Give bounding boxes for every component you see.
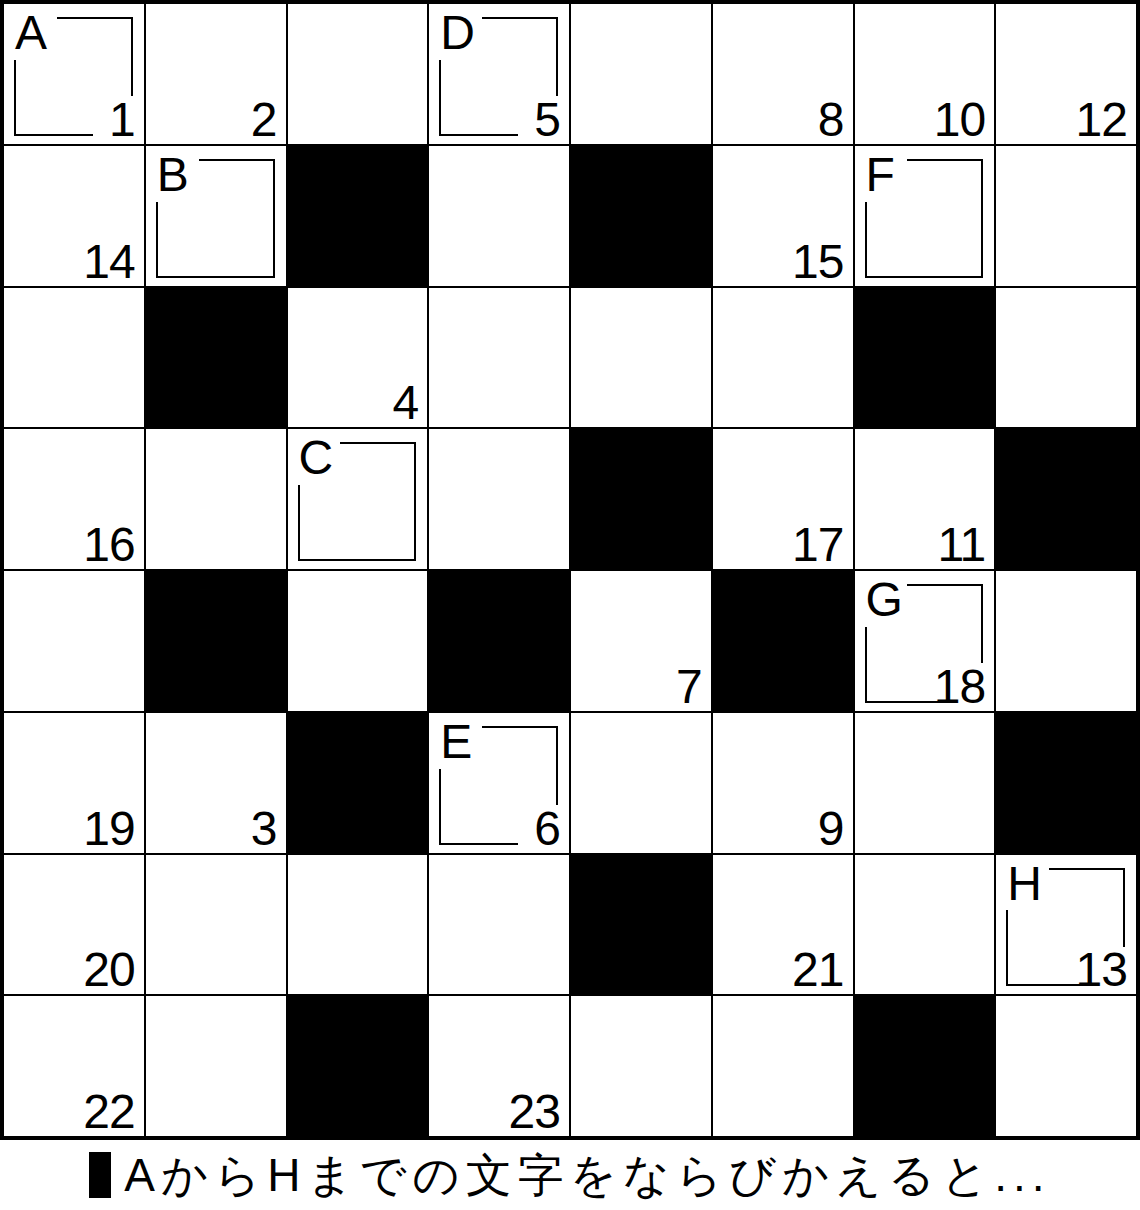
- cell-r4c2[interactable]: [145, 428, 287, 570]
- cell-r6c8-black: [995, 712, 1137, 854]
- cell-r4c5-black: [570, 428, 712, 570]
- answer-letter-E: E: [440, 718, 472, 766]
- letter-box-bottom-left-line: [865, 202, 984, 278]
- answer-letter-D: D: [440, 9, 475, 57]
- cell-r5c2-black: [145, 570, 287, 712]
- cell-r4c4[interactable]: [428, 428, 570, 570]
- cell-r2c2[interactable]: B: [145, 145, 287, 287]
- clue-number-12: 12: [1076, 96, 1127, 144]
- cell-r1c5[interactable]: [570, 3, 712, 145]
- clue-number-17: 17: [792, 521, 843, 569]
- crossword-board: A12D58101214B15F416C17117G18193E692021H1…: [0, 0, 1140, 1140]
- cell-r7c3[interactable]: [287, 854, 429, 996]
- cell-r2c3-black: [287, 145, 429, 287]
- clue-number-7: 7: [676, 663, 702, 711]
- letter-box-bottom-left-line: [439, 769, 518, 845]
- letter-box-bottom-left-line: [298, 485, 417, 561]
- cell-r2c8[interactable]: [995, 145, 1137, 287]
- cell-r8c7-black: [854, 995, 996, 1137]
- cell-r8c6[interactable]: [712, 995, 854, 1137]
- cell-r1c6[interactable]: 8: [712, 3, 854, 145]
- clue-number-22: 22: [83, 1088, 134, 1136]
- cell-r6c4[interactable]: E6: [428, 712, 570, 854]
- cell-r6c3-black: [287, 712, 429, 854]
- cell-r8c8[interactable]: [995, 995, 1137, 1137]
- clue-number-9: 9: [818, 805, 844, 853]
- cell-r3c7-black: [854, 287, 996, 429]
- cell-r1c3[interactable]: [287, 3, 429, 145]
- letter-box-bottom-left-line: [439, 60, 518, 136]
- cell-r8c4[interactable]: 23: [428, 995, 570, 1137]
- clue-number-16: 16: [83, 521, 134, 569]
- answer-letter-C: C: [299, 434, 334, 482]
- clue-number-18: 18: [934, 663, 985, 711]
- cell-r3c6[interactable]: [712, 287, 854, 429]
- cell-r1c4[interactable]: D5: [428, 3, 570, 145]
- cell-r5c7[interactable]: G18: [854, 570, 996, 712]
- cell-r2c7[interactable]: F: [854, 145, 996, 287]
- clue-number-13: 13: [1076, 946, 1127, 994]
- cell-r6c6[interactable]: 9: [712, 712, 854, 854]
- cell-r7c6[interactable]: 21: [712, 854, 854, 996]
- letter-box-bottom-left-line: [1006, 910, 1085, 986]
- cell-r8c5[interactable]: [570, 995, 712, 1137]
- cell-r2c1[interactable]: 14: [3, 145, 145, 287]
- clue-number-14: 14: [83, 238, 134, 286]
- answer-letter-G: G: [866, 576, 903, 624]
- letter-box-bottom-left-line: [156, 202, 275, 278]
- cell-r1c1[interactable]: A1: [3, 3, 145, 145]
- cell-r3c4[interactable]: [428, 287, 570, 429]
- cell-r5c1[interactable]: [3, 570, 145, 712]
- cell-r5c6-black: [712, 570, 854, 712]
- caption-text: AからHまでの文字をならびかえると...: [124, 1152, 1050, 1198]
- caption-marker-bar: [89, 1152, 111, 1198]
- cell-r4c8-black: [995, 428, 1137, 570]
- cell-r7c2[interactable]: [145, 854, 287, 996]
- clue-number-21: 21: [792, 946, 843, 994]
- cell-r3c2-black: [145, 287, 287, 429]
- cell-r4c1[interactable]: 16: [3, 428, 145, 570]
- cell-r2c6[interactable]: 15: [712, 145, 854, 287]
- clue-number-4: 4: [393, 379, 419, 427]
- cell-r3c5[interactable]: [570, 287, 712, 429]
- cell-r2c5-black: [570, 145, 712, 287]
- cell-r1c8[interactable]: 12: [995, 3, 1137, 145]
- answer-letter-B: B: [157, 151, 189, 199]
- clue-number-8: 8: [818, 96, 844, 144]
- answer-letter-F: F: [866, 151, 895, 199]
- cell-r8c2[interactable]: [145, 995, 287, 1137]
- cell-r4c7[interactable]: 11: [854, 428, 996, 570]
- cell-r8c3-black: [287, 995, 429, 1137]
- cell-r8c1[interactable]: 22: [3, 995, 145, 1137]
- cell-r6c2[interactable]: 3: [145, 712, 287, 854]
- cell-r1c7[interactable]: 10: [854, 3, 996, 145]
- cell-r7c8[interactable]: H13: [995, 854, 1137, 996]
- cell-r6c1[interactable]: 19: [3, 712, 145, 854]
- caption: AからHまでの文字をならびかえると...: [0, 1140, 1140, 1210]
- letter-box-bottom-left-line: [865, 627, 944, 703]
- cell-r5c8[interactable]: [995, 570, 1137, 712]
- cell-r2c4[interactable]: [428, 145, 570, 287]
- clue-number-23: 23: [509, 1088, 560, 1136]
- clue-number-19: 19: [83, 805, 134, 853]
- clue-number-11: 11: [937, 521, 985, 569]
- clue-number-6: 6: [534, 805, 560, 853]
- clue-number-10: 10: [934, 96, 985, 144]
- answer-letter-A: A: [15, 9, 47, 57]
- cell-r6c7[interactable]: [854, 712, 996, 854]
- cell-r5c5[interactable]: 7: [570, 570, 712, 712]
- clue-number-3: 3: [251, 805, 277, 853]
- cell-r3c8[interactable]: [995, 287, 1137, 429]
- clue-number-15: 15: [792, 238, 843, 286]
- cell-r6c5[interactable]: [570, 712, 712, 854]
- cell-r7c1[interactable]: 20: [3, 854, 145, 996]
- cell-r5c3[interactable]: [287, 570, 429, 712]
- cell-r3c1[interactable]: [3, 287, 145, 429]
- clue-number-20: 20: [83, 946, 134, 994]
- clue-number-5: 5: [534, 96, 560, 144]
- clue-number-1: 1: [109, 96, 135, 144]
- cell-r7c5-black: [570, 854, 712, 996]
- cell-r4c6[interactable]: 17: [712, 428, 854, 570]
- cell-r1c2[interactable]: 2: [145, 3, 287, 145]
- cell-r5c4-black: [428, 570, 570, 712]
- clue-number-2: 2: [251, 96, 277, 144]
- answer-letter-H: H: [1007, 860, 1042, 908]
- cell-r7c7[interactable]: [854, 854, 996, 996]
- cell-r7c4[interactable]: [428, 854, 570, 996]
- cell-r3c3[interactable]: 4: [287, 287, 429, 429]
- cell-r4c3[interactable]: C: [287, 428, 429, 570]
- letter-box-bottom-left-line: [14, 60, 93, 136]
